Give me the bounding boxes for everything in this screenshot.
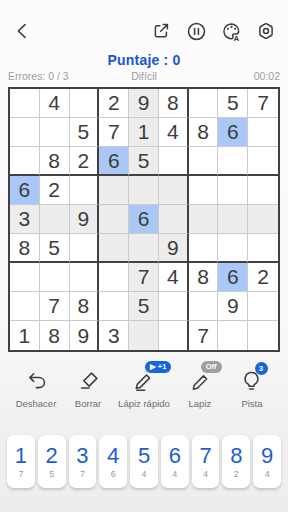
- cell-r9c4[interactable]: 3: [99, 321, 129, 350]
- back-button[interactable]: [12, 20, 34, 42]
- erase-label: Borrar: [75, 398, 101, 409]
- cell-r5c6[interactable]: [159, 205, 189, 234]
- cell-r5c3[interactable]: 9: [70, 205, 100, 234]
- number-pad: 172537465464748294: [7, 435, 281, 488]
- cell-r6c3[interactable]: [70, 234, 100, 263]
- toolbar: Deshacer Borrar ▶ +1 Lápiz rápido Off La…: [14, 369, 274, 409]
- quick-pencil-label: Lápiz rápido: [118, 398, 170, 409]
- back-chevron-icon: [13, 21, 33, 41]
- cell-r5c1[interactable]: 3: [10, 205, 40, 234]
- numpad-key-8[interactable]: 82: [222, 435, 250, 488]
- cell-r8c7[interactable]: [189, 292, 219, 321]
- cell-r3c5[interactable]: 5: [129, 147, 159, 176]
- cell-r9c2[interactable]: 8: [40, 321, 70, 350]
- score-label: Puntaje : 0: [0, 52, 288, 68]
- cell-r1c4[interactable]: 2: [99, 89, 129, 118]
- hint-badge: 3: [255, 362, 268, 375]
- cell-r1c1[interactable]: [10, 89, 40, 118]
- cell-r3c6[interactable]: [159, 147, 189, 176]
- sudoku-board: 42985757148682656239685974862785918937: [8, 87, 280, 352]
- cell-r7c3[interactable]: [70, 263, 100, 292]
- numpad-digit: 9: [261, 445, 273, 467]
- cell-r5c2[interactable]: [40, 205, 70, 234]
- numpad-remaining-count: 7: [80, 470, 85, 479]
- palette-icon: A: [221, 21, 242, 42]
- cell-r2c1[interactable]: [10, 118, 40, 147]
- timer-label: 00:02: [189, 70, 280, 82]
- hint-button[interactable]: 3 Pista: [230, 369, 274, 409]
- numpad-remaining-count: 4: [203, 470, 208, 479]
- cell-r8c1[interactable]: [10, 292, 40, 321]
- quick-pencil-badge: ▶ +1: [145, 361, 171, 373]
- cell-r5c4[interactable]: [99, 205, 129, 234]
- numpad-digit: 5: [138, 445, 150, 467]
- cell-r1c8[interactable]: 5: [218, 89, 248, 118]
- numpad-key-4[interactable]: 46: [99, 435, 127, 488]
- cell-r4c2[interactable]: 2: [40, 176, 70, 205]
- cell-r3c9[interactable]: [248, 147, 278, 176]
- numpad-remaining-count: 2: [234, 470, 239, 479]
- numpad-key-1[interactable]: 17: [7, 435, 35, 488]
- cell-r3c1[interactable]: [10, 147, 40, 176]
- erase-button[interactable]: Borrar: [66, 369, 110, 409]
- cell-r8c3[interactable]: 8: [70, 292, 100, 321]
- numpad-digit: 1: [15, 445, 27, 467]
- cell-r6c4[interactable]: [99, 234, 129, 263]
- numpad-key-7[interactable]: 74: [192, 435, 220, 488]
- theme-button[interactable]: A: [220, 20, 242, 42]
- cell-r4c6[interactable]: [159, 176, 189, 205]
- cell-r7c6[interactable]: 4: [159, 263, 189, 292]
- gear-icon: [256, 21, 276, 41]
- numpad-digit: 8: [230, 445, 242, 467]
- cell-r4c9[interactable]: [248, 176, 278, 205]
- eraser-icon: [77, 369, 100, 392]
- cell-r6c6[interactable]: 9: [159, 234, 189, 263]
- cell-r7c9[interactable]: 2: [248, 263, 278, 292]
- cell-r1c2[interactable]: 4: [40, 89, 70, 118]
- numpad-digit: 2: [46, 445, 58, 467]
- cell-r7c1[interactable]: [10, 263, 40, 292]
- cell-r4c1[interactable]: 6: [10, 176, 40, 205]
- cell-r4c4[interactable]: [99, 176, 129, 205]
- cell-r4c7[interactable]: [189, 176, 219, 205]
- cell-r1c3[interactable]: [70, 89, 100, 118]
- cell-r8c4[interactable]: [99, 292, 129, 321]
- cell-r2c5[interactable]: 1: [129, 118, 159, 147]
- cell-r2c3[interactable]: 5: [70, 118, 100, 147]
- numpad-remaining-count: 6: [111, 470, 116, 479]
- numpad-remaining-count: 4: [172, 470, 177, 479]
- cell-r4c3[interactable]: [70, 176, 100, 205]
- cell-r7c8[interactable]: 6: [218, 263, 248, 292]
- numpad-digit: 4: [107, 445, 119, 467]
- pause-icon: [186, 21, 207, 42]
- cell-r3c3[interactable]: 2: [70, 147, 100, 176]
- numpad-digit: 6: [169, 445, 181, 467]
- numpad-key-9[interactable]: 94: [253, 435, 281, 488]
- cell-r7c2[interactable]: [40, 263, 70, 292]
- cell-r1c7[interactable]: [189, 89, 219, 118]
- cell-r6c1[interactable]: 8: [10, 234, 40, 263]
- cell-r3c7[interactable]: [189, 147, 219, 176]
- cell-r8c5[interactable]: 5: [129, 292, 159, 321]
- numpad-remaining-count: 4: [142, 470, 147, 479]
- numpad-remaining-count: 5: [49, 470, 54, 479]
- pause-button[interactable]: [185, 20, 207, 42]
- share-button[interactable]: [150, 20, 172, 42]
- pencil-badge: Off: [201, 361, 222, 373]
- cell-r2c4[interactable]: 7: [99, 118, 129, 147]
- numpad-key-2[interactable]: 25: [38, 435, 66, 488]
- cell-r8c8[interactable]: 9: [218, 292, 248, 321]
- cell-r2c7[interactable]: 8: [189, 118, 219, 147]
- undo-icon: [25, 369, 48, 392]
- info-row: Errores: 0 / 3 Difícil 00:02: [8, 70, 280, 82]
- errors-label: Errores: 0 / 3: [8, 70, 99, 82]
- sudoku-app-screen: A Puntaje : 0 Errores: 0 / 3 Difícil 00:…: [0, 0, 288, 512]
- numpad-key-6[interactable]: 64: [161, 435, 189, 488]
- cell-r8c2[interactable]: 7: [40, 292, 70, 321]
- numpad-remaining-count: 7: [18, 470, 23, 479]
- svg-text:A: A: [233, 33, 239, 41]
- cell-r2c9[interactable]: [248, 118, 278, 147]
- cell-r2c2[interactable]: [40, 118, 70, 147]
- undo-label: Deshacer: [16, 398, 57, 409]
- cell-r9c7[interactable]: 7: [189, 321, 219, 350]
- cell-r6c9[interactable]: [248, 234, 278, 263]
- cell-r3c2[interactable]: 8: [40, 147, 70, 176]
- cell-r8c6[interactable]: [159, 292, 189, 321]
- cell-r7c4[interactable]: [99, 263, 129, 292]
- pencil-button[interactable]: Off Lapiz: [178, 369, 222, 409]
- cell-r6c2[interactable]: 5: [40, 234, 70, 263]
- numpad-remaining-count: 4: [265, 470, 270, 479]
- cell-r6c7[interactable]: [189, 234, 219, 263]
- numpad-key-3[interactable]: 37: [69, 435, 97, 488]
- cell-r9c8[interactable]: [218, 321, 248, 350]
- cell-r9c6[interactable]: [159, 321, 189, 350]
- cell-r5c7[interactable]: [189, 205, 219, 234]
- quick-pencil-button[interactable]: ▶ +1 Lápiz rápido: [118, 369, 170, 409]
- numpad-key-5[interactable]: 54: [130, 435, 158, 488]
- cell-r1c5[interactable]: 9: [129, 89, 159, 118]
- cell-r4c8[interactable]: [218, 176, 248, 205]
- cell-r5c8[interactable]: [218, 205, 248, 234]
- numpad-digit: 7: [199, 445, 211, 467]
- cell-r4c5[interactable]: [129, 176, 159, 205]
- cell-r6c8[interactable]: [218, 234, 248, 263]
- cell-r9c1[interactable]: 1: [10, 321, 40, 350]
- cell-r3c4[interactable]: 6: [99, 147, 129, 176]
- cell-r2c8[interactable]: 6: [218, 118, 248, 147]
- cell-r1c9[interactable]: 7: [248, 89, 278, 118]
- cell-r6c5[interactable]: [129, 234, 159, 263]
- cell-r9c3[interactable]: 9: [70, 321, 100, 350]
- difficulty-label: Difícil: [99, 70, 190, 82]
- cell-r3c8[interactable]: [218, 147, 248, 176]
- numpad-digit: 3: [76, 445, 88, 467]
- share-icon: [151, 21, 171, 41]
- cell-r5c9[interactable]: [248, 205, 278, 234]
- settings-button[interactable]: [255, 20, 277, 42]
- cell-r1c6[interactable]: 8: [159, 89, 189, 118]
- top-bar: A: [0, 0, 288, 43]
- undo-button[interactable]: Deshacer: [14, 369, 58, 409]
- hint-label: Pista: [241, 398, 262, 409]
- cell-r8c9[interactable]: [248, 292, 278, 321]
- cell-r5c5[interactable]: 6: [129, 205, 159, 234]
- cell-r9c9[interactable]: [248, 321, 278, 350]
- cell-r2c6[interactable]: 4: [159, 118, 189, 147]
- pencil-label: Lapiz: [189, 398, 212, 409]
- cell-r9c5[interactable]: [129, 321, 159, 350]
- cell-r7c5[interactable]: 7: [129, 263, 159, 292]
- cell-r7c7[interactable]: 8: [189, 263, 219, 292]
